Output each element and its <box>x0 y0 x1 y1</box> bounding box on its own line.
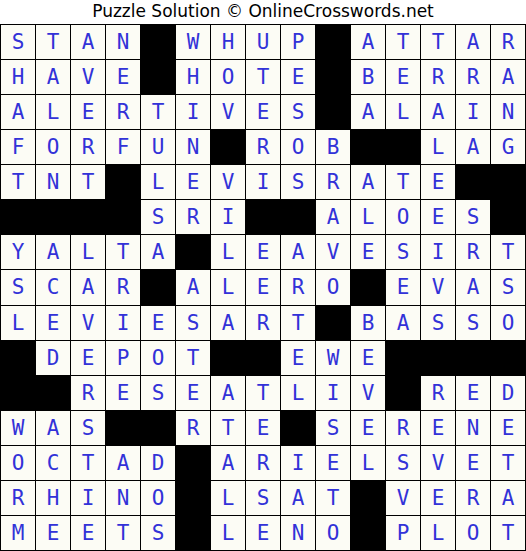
letter-cell: S <box>491 270 525 304</box>
letter-cell: E <box>176 165 210 199</box>
letter-cell: T <box>106 235 140 269</box>
black-cell <box>106 165 140 199</box>
black-cell <box>141 25 175 59</box>
black-cell <box>351 516 385 550</box>
letter-cell: S <box>141 376 175 410</box>
letter-cell: O <box>491 306 525 340</box>
letter-cell: R <box>386 411 420 445</box>
letter-cell: A <box>421 95 455 129</box>
black-cell <box>176 516 210 550</box>
letter-cell: S <box>176 306 210 340</box>
letter-cell: T <box>106 516 140 550</box>
letter-cell: R <box>491 25 525 59</box>
black-cell <box>141 411 175 445</box>
letter-cell: E <box>491 411 525 445</box>
letter-cell: H <box>36 481 70 515</box>
letter-cell: A <box>141 235 175 269</box>
letter-cell: E <box>71 516 105 550</box>
letter-cell: T <box>211 411 245 445</box>
puzzle-solution-page: Puzzle Solution © OnlineCrosswords.net S… <box>0 0 526 551</box>
letter-cell: A <box>71 25 105 59</box>
letter-cell: F <box>1 130 35 164</box>
letter-cell: A <box>281 235 315 269</box>
letter-cell: T <box>176 341 210 375</box>
black-cell <box>246 200 280 234</box>
letter-cell: L <box>351 200 385 234</box>
letter-cell: N <box>281 516 315 550</box>
letter-cell: R <box>71 130 105 164</box>
black-cell <box>351 130 385 164</box>
letter-cell: E <box>71 95 105 129</box>
letter-cell: D <box>36 341 70 375</box>
letter-cell: A <box>491 60 525 94</box>
letter-cell: V <box>211 165 245 199</box>
letter-cell: L <box>211 481 245 515</box>
letter-cell: E <box>36 306 70 340</box>
letter-cell: R <box>71 376 105 410</box>
letter-cell: A <box>456 25 490 59</box>
letter-cell: I <box>281 446 315 480</box>
letter-cell: O <box>141 481 175 515</box>
letter-cell: O <box>386 200 420 234</box>
black-cell <box>106 200 140 234</box>
letter-cell: S <box>246 481 280 515</box>
letter-cell: I <box>71 481 105 515</box>
letter-cell: R <box>316 165 350 199</box>
letter-cell: P <box>386 516 420 550</box>
black-cell <box>351 270 385 304</box>
letter-cell: A <box>456 270 490 304</box>
letter-cell: A <box>351 25 385 59</box>
letter-cell: V <box>351 376 385 410</box>
letter-cell: A <box>211 446 245 480</box>
page-title: Puzzle Solution © OnlineCrosswords.net <box>0 0 526 24</box>
letter-cell: I <box>106 306 140 340</box>
letter-cell: R <box>246 446 280 480</box>
letter-cell: T <box>281 306 315 340</box>
black-cell <box>211 130 245 164</box>
letter-cell: V <box>421 270 455 304</box>
letter-cell: T <box>421 25 455 59</box>
letter-cell: O <box>141 341 175 375</box>
letter-cell: T <box>36 25 70 59</box>
letter-cell: S <box>421 306 455 340</box>
letter-cell: A <box>36 411 70 445</box>
letter-cell: E <box>456 446 490 480</box>
black-cell <box>211 341 245 375</box>
black-cell <box>421 341 455 375</box>
letter-cell: E <box>246 235 280 269</box>
letter-cell: R <box>106 270 140 304</box>
letter-cell: R <box>246 130 280 164</box>
black-cell <box>491 165 525 199</box>
letter-cell: E <box>176 376 210 410</box>
letter-cell: V <box>211 95 245 129</box>
letter-cell: W <box>1 411 35 445</box>
letter-cell: E <box>421 165 455 199</box>
letter-cell: E <box>316 446 350 480</box>
black-cell <box>386 341 420 375</box>
letter-cell: T <box>316 481 350 515</box>
letter-cell: E <box>246 516 280 550</box>
letter-cell: L <box>36 95 70 129</box>
letter-cell: E <box>351 341 385 375</box>
letter-cell: D <box>141 446 175 480</box>
letter-cell: T <box>491 235 525 269</box>
letter-cell: S <box>456 306 490 340</box>
letter-cell: U <box>246 25 280 59</box>
black-cell <box>456 165 490 199</box>
letter-cell: H <box>211 25 245 59</box>
letter-cell: A <box>316 200 350 234</box>
letter-cell: D <box>491 376 525 410</box>
letter-cell: T <box>246 376 280 410</box>
letter-cell: R <box>456 235 490 269</box>
letter-cell: E <box>36 516 70 550</box>
black-cell <box>386 376 420 410</box>
letter-cell: O <box>211 60 245 94</box>
letter-cell: H <box>1 60 35 94</box>
black-cell <box>1 200 35 234</box>
letter-cell: A <box>211 376 245 410</box>
letter-cell: V <box>421 446 455 480</box>
letter-cell: R <box>421 60 455 94</box>
letter-cell: A <box>176 270 210 304</box>
letter-cell: A <box>71 270 105 304</box>
black-cell <box>351 481 385 515</box>
letter-cell: N <box>456 411 490 445</box>
letter-cell: O <box>456 516 490 550</box>
black-cell <box>386 130 420 164</box>
black-cell <box>316 95 350 129</box>
letter-cell: E <box>351 235 385 269</box>
letter-cell: E <box>351 411 385 445</box>
letter-cell: N <box>176 130 210 164</box>
letter-cell: T <box>386 25 420 59</box>
letter-cell: V <box>386 481 420 515</box>
letter-cell: E <box>71 341 105 375</box>
letter-cell: S <box>281 95 315 129</box>
letter-cell: R <box>281 270 315 304</box>
black-cell <box>491 341 525 375</box>
letter-cell: N <box>491 95 525 129</box>
black-cell <box>36 200 70 234</box>
letter-cell: L <box>281 376 315 410</box>
letter-cell: R <box>176 411 210 445</box>
black-cell <box>141 60 175 94</box>
black-cell <box>176 235 210 269</box>
letter-cell: S <box>386 446 420 480</box>
letter-cell: T <box>71 446 105 480</box>
letter-cell: R <box>106 95 140 129</box>
letter-cell: L <box>211 270 245 304</box>
letter-cell: L <box>141 165 175 199</box>
letter-cell: S <box>281 165 315 199</box>
black-cell <box>176 481 210 515</box>
letter-cell: A <box>456 130 490 164</box>
letter-cell: S <box>456 200 490 234</box>
letter-cell: E <box>421 481 455 515</box>
black-cell <box>316 60 350 94</box>
black-cell <box>316 25 350 59</box>
black-cell <box>106 411 140 445</box>
letter-cell: L <box>211 516 245 550</box>
letter-cell: A <box>351 165 385 199</box>
letter-cell: S <box>386 235 420 269</box>
letter-cell: T <box>386 165 420 199</box>
letter-cell: S <box>1 270 35 304</box>
letter-cell: E <box>281 341 315 375</box>
letter-cell: E <box>281 60 315 94</box>
letter-cell: T <box>1 165 35 199</box>
letter-cell: B <box>351 60 385 94</box>
letter-cell: M <box>1 516 35 550</box>
letter-cell: A <box>281 481 315 515</box>
letter-cell: E <box>246 95 280 129</box>
black-cell <box>71 200 105 234</box>
letter-cell: N <box>106 481 140 515</box>
letter-cell: L <box>1 306 35 340</box>
letter-cell: L <box>351 446 385 480</box>
black-cell <box>491 200 525 234</box>
letter-cell: C <box>36 446 70 480</box>
letter-cell: C <box>36 270 70 304</box>
black-cell <box>36 376 70 410</box>
letter-cell: S <box>141 516 175 550</box>
letter-cell: A <box>106 446 140 480</box>
letter-cell: A <box>36 60 70 94</box>
letter-cell: V <box>316 235 350 269</box>
letter-cell: A <box>211 306 245 340</box>
letter-cell: S <box>71 411 105 445</box>
letter-cell: L <box>421 516 455 550</box>
letter-cell: G <box>491 130 525 164</box>
letter-cell: E <box>106 376 140 410</box>
letter-cell: U <box>141 130 175 164</box>
letter-cell: E <box>386 60 420 94</box>
letter-cell: I <box>421 235 455 269</box>
letter-cell: I <box>246 165 280 199</box>
black-cell <box>456 341 490 375</box>
letter-cell: O <box>316 516 350 550</box>
letter-cell: E <box>456 376 490 410</box>
letter-cell: A <box>1 95 35 129</box>
black-cell <box>316 306 350 340</box>
letter-cell: P <box>106 341 140 375</box>
letter-cell: A <box>36 235 70 269</box>
letter-cell: L <box>386 95 420 129</box>
black-cell <box>1 376 35 410</box>
letter-cell: V <box>71 60 105 94</box>
letter-cell: R <box>176 200 210 234</box>
letter-cell: I <box>456 95 490 129</box>
letter-cell: O <box>1 446 35 480</box>
letter-cell: O <box>36 130 70 164</box>
letter-cell: R <box>1 481 35 515</box>
letter-cell: R <box>456 481 490 515</box>
letter-cell: A <box>386 306 420 340</box>
letter-cell: T <box>491 516 525 550</box>
letter-cell: I <box>211 200 245 234</box>
letter-cell: V <box>71 306 105 340</box>
black-cell <box>176 446 210 480</box>
black-cell <box>1 341 35 375</box>
letter-cell: B <box>316 130 350 164</box>
letter-cell: F <box>106 130 140 164</box>
black-cell <box>281 200 315 234</box>
letter-cell: I <box>316 376 350 410</box>
letter-cell: T <box>71 165 105 199</box>
black-cell <box>141 270 175 304</box>
black-cell <box>246 341 280 375</box>
letter-cell: A <box>491 481 525 515</box>
letter-cell: E <box>106 60 140 94</box>
letter-cell: T <box>141 95 175 129</box>
letter-cell: R <box>246 306 280 340</box>
letter-cell: S <box>1 25 35 59</box>
letter-cell: T <box>491 446 525 480</box>
letter-cell: S <box>141 200 175 234</box>
letter-cell: E <box>246 270 280 304</box>
letter-cell: A <box>351 95 385 129</box>
letter-cell: L <box>421 130 455 164</box>
letter-cell: L <box>71 235 105 269</box>
crossword-grid: STANWHUPATTARHAVEHOTEBERRAALERTIVESALAIN… <box>0 24 526 551</box>
letter-cell: H <box>176 60 210 94</box>
letter-cell: E <box>421 411 455 445</box>
letter-cell: B <box>351 306 385 340</box>
letter-cell: N <box>106 25 140 59</box>
letter-cell: E <box>141 306 175 340</box>
letter-cell: R <box>456 60 490 94</box>
letter-cell: N <box>36 165 70 199</box>
letter-cell: P <box>281 25 315 59</box>
letter-cell: I <box>176 95 210 129</box>
letter-cell: L <box>211 235 245 269</box>
letter-cell: Y <box>1 235 35 269</box>
black-cell <box>281 411 315 445</box>
letter-cell: E <box>421 200 455 234</box>
letter-cell: T <box>246 60 280 94</box>
letter-cell: E <box>246 411 280 445</box>
letter-cell: W <box>176 25 210 59</box>
letter-cell: E <box>386 270 420 304</box>
letter-cell: O <box>316 270 350 304</box>
letter-cell: S <box>316 411 350 445</box>
letter-cell: O <box>281 130 315 164</box>
letter-cell: W <box>316 341 350 375</box>
letter-cell: R <box>421 376 455 410</box>
